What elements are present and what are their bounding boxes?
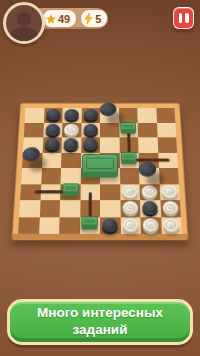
checker-black[interactable] (99, 102, 119, 118)
energy-counter: 5 (80, 9, 108, 28)
pause-icon (179, 13, 183, 23)
checker-white[interactable] (162, 201, 178, 214)
checker-black[interactable] (46, 109, 61, 120)
checker-black[interactable] (64, 138, 79, 150)
wooden-stick (127, 130, 130, 154)
checkers-board (11, 103, 188, 240)
checker-white[interactable] (142, 185, 158, 198)
energy-value: 5 (95, 13, 101, 25)
checker-black[interactable] (102, 218, 118, 231)
green-cube[interactable] (121, 152, 137, 164)
checker-black[interactable] (83, 138, 98, 150)
checker-black[interactable] (137, 161, 158, 179)
pause-button[interactable] (173, 7, 194, 29)
checker-white[interactable] (162, 185, 178, 198)
player-avatar[interactable] (3, 2, 45, 44)
checker-black[interactable] (44, 138, 59, 150)
checker-black[interactable] (45, 124, 60, 136)
checker-white[interactable] (122, 201, 138, 214)
checker-black[interactable] (142, 201, 158, 214)
star-icon (46, 14, 56, 24)
green-cube[interactable] (62, 183, 79, 196)
checker-black[interactable] (83, 109, 97, 120)
promo-banner: Много интересных заданий (7, 299, 193, 345)
big-green-block[interactable] (82, 153, 118, 177)
checker-white[interactable] (122, 185, 138, 198)
green-cube[interactable] (81, 216, 98, 229)
lightning-icon (84, 13, 93, 24)
board-overlay (18, 108, 182, 234)
game-screen: 49 5 Много интересных заданий (0, 0, 200, 356)
checker-white[interactable] (64, 124, 79, 136)
checker-black[interactable] (22, 145, 42, 162)
avatar-silhouette (17, 12, 31, 26)
checker-black[interactable] (65, 109, 80, 120)
stars-value: 49 (58, 13, 70, 25)
checker-black[interactable] (83, 124, 98, 136)
checker-white[interactable] (123, 218, 139, 231)
checker-white[interactable] (143, 218, 159, 231)
checker-white[interactable] (163, 218, 179, 231)
stars-counter: 49 (42, 9, 77, 28)
green-cube[interactable] (121, 122, 137, 134)
promo-text: Много интересных заданий (10, 305, 190, 339)
